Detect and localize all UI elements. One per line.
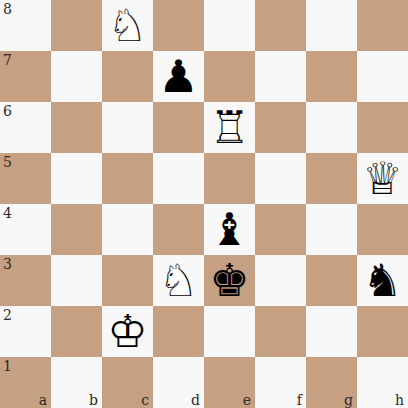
- square-b7[interactable]: [51, 51, 102, 102]
- square-h6[interactable]: [357, 102, 408, 153]
- square-a7[interactable]: 7: [0, 51, 51, 102]
- rank-label-2: 2: [3, 308, 12, 322]
- square-g6[interactable]: [306, 102, 357, 153]
- square-c2[interactable]: ♚♔: [102, 306, 153, 357]
- square-e8[interactable]: [204, 0, 255, 51]
- square-a2[interactable]: 2: [0, 306, 51, 357]
- square-e4[interactable]: ♝: [204, 204, 255, 255]
- square-e3[interactable]: ♚: [204, 255, 255, 306]
- square-g3[interactable]: [306, 255, 357, 306]
- square-b1[interactable]: b: [51, 357, 102, 408]
- piece-black-bishop-e4[interactable]: ♝: [204, 204, 255, 255]
- square-h8[interactable]: [357, 0, 408, 51]
- square-g5[interactable]: [306, 153, 357, 204]
- square-f7[interactable]: [255, 51, 306, 102]
- piece-white-king-c2[interactable]: ♔: [102, 306, 153, 357]
- square-f2[interactable]: [255, 306, 306, 357]
- file-label-b: b: [89, 393, 98, 407]
- rank-label-7: 7: [3, 53, 12, 67]
- file-label-e: e: [243, 393, 251, 407]
- chess-board: 8♞♘7♟6♜♖5♛♕4♝3♞♘♚♞2♚♔1abcdefgh: [0, 0, 408, 408]
- file-label-c: c: [141, 393, 149, 407]
- square-h4[interactable]: [357, 204, 408, 255]
- piece-black-knight-h3[interactable]: ♞: [357, 255, 408, 306]
- file-label-a: a: [39, 393, 47, 407]
- square-a4[interactable]: 4: [0, 204, 51, 255]
- piece-black-king-e3[interactable]: ♚: [204, 255, 255, 306]
- square-a5[interactable]: 5: [0, 153, 51, 204]
- square-d2[interactable]: [153, 306, 204, 357]
- square-f4[interactable]: [255, 204, 306, 255]
- piece-black-pawn-d7[interactable]: ♟: [153, 51, 204, 102]
- file-label-f: f: [297, 393, 302, 407]
- piece-white-queen-h5[interactable]: ♕: [357, 153, 408, 204]
- square-f3[interactable]: [255, 255, 306, 306]
- square-e5[interactable]: [204, 153, 255, 204]
- square-b6[interactable]: [51, 102, 102, 153]
- square-a3[interactable]: 3: [0, 255, 51, 306]
- rank-label-3: 3: [3, 257, 12, 271]
- square-g7[interactable]: [306, 51, 357, 102]
- square-c1[interactable]: c: [102, 357, 153, 408]
- square-d4[interactable]: [153, 204, 204, 255]
- square-g4[interactable]: [306, 204, 357, 255]
- square-g8[interactable]: [306, 0, 357, 51]
- square-d3[interactable]: ♞♘: [153, 255, 204, 306]
- square-b8[interactable]: [51, 0, 102, 51]
- piece-white-knight-c8[interactable]: ♘: [102, 0, 153, 51]
- file-label-h: h: [395, 393, 404, 407]
- square-e1[interactable]: e: [204, 357, 255, 408]
- square-f6[interactable]: [255, 102, 306, 153]
- square-a6[interactable]: 6: [0, 102, 51, 153]
- square-d6[interactable]: [153, 102, 204, 153]
- square-c8[interactable]: ♞♘: [102, 0, 153, 51]
- square-c3[interactable]: [102, 255, 153, 306]
- rank-label-8: 8: [3, 2, 12, 16]
- square-d1[interactable]: d: [153, 357, 204, 408]
- rank-label-4: 4: [3, 206, 12, 220]
- square-c6[interactable]: [102, 102, 153, 153]
- file-label-d: d: [191, 393, 200, 407]
- piece-white-rook-e6[interactable]: ♖: [204, 102, 255, 153]
- square-a8[interactable]: 8: [0, 0, 51, 51]
- square-c4[interactable]: [102, 204, 153, 255]
- square-d8[interactable]: [153, 0, 204, 51]
- square-g2[interactable]: [306, 306, 357, 357]
- square-b5[interactable]: [51, 153, 102, 204]
- square-b2[interactable]: [51, 306, 102, 357]
- square-h1[interactable]: h: [357, 357, 408, 408]
- rank-label-6: 6: [3, 104, 12, 118]
- square-e7[interactable]: [204, 51, 255, 102]
- rank-label-5: 5: [3, 155, 12, 169]
- square-f5[interactable]: [255, 153, 306, 204]
- square-d7[interactable]: ♟: [153, 51, 204, 102]
- file-label-g: g: [344, 393, 353, 407]
- square-h7[interactable]: [357, 51, 408, 102]
- square-e2[interactable]: [204, 306, 255, 357]
- square-b3[interactable]: [51, 255, 102, 306]
- square-f8[interactable]: [255, 0, 306, 51]
- square-c5[interactable]: [102, 153, 153, 204]
- square-f1[interactable]: f: [255, 357, 306, 408]
- square-g1[interactable]: g: [306, 357, 357, 408]
- square-h3[interactable]: ♞: [357, 255, 408, 306]
- square-h5[interactable]: ♛♕: [357, 153, 408, 204]
- square-c7[interactable]: [102, 51, 153, 102]
- square-a1[interactable]: 1a: [0, 357, 51, 408]
- piece-white-knight-d3[interactable]: ♘: [153, 255, 204, 306]
- square-e6[interactable]: ♜♖: [204, 102, 255, 153]
- rank-label-1: 1: [3, 359, 12, 373]
- square-b4[interactable]: [51, 204, 102, 255]
- square-d5[interactable]: [153, 153, 204, 204]
- square-h2[interactable]: [357, 306, 408, 357]
